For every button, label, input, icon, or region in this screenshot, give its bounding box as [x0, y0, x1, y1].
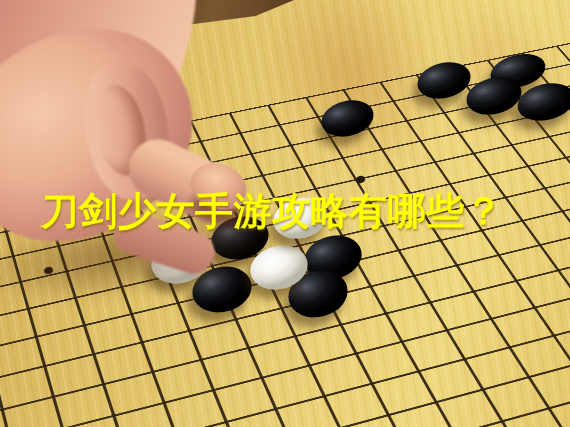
caption-text: 刀剑少女手游攻略有哪些？	[41, 191, 569, 233]
go-photo-scene: 刀剑少女手游攻略有哪些？	[0, 0, 570, 427]
